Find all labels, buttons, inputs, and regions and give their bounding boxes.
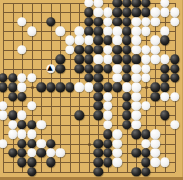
grid-line — [3, 115, 175, 116]
white-stone — [132, 92, 141, 101]
white-stone — [160, 8, 169, 17]
white-stone — [8, 120, 17, 129]
white-stone — [113, 36, 122, 45]
white-stone — [36, 120, 45, 129]
white-stone — [141, 73, 150, 82]
black-stone — [84, 26, 93, 35]
hoshi-point — [31, 86, 34, 89]
black-stone — [141, 148, 150, 157]
hoshi-point — [145, 86, 148, 89]
white-stone — [141, 55, 150, 64]
black-stone — [84, 45, 93, 54]
white-stone — [132, 111, 141, 120]
black-stone — [27, 120, 36, 129]
white-stone — [65, 45, 74, 54]
white-stone — [0, 139, 8, 148]
white-stone — [132, 26, 141, 35]
white-stone — [0, 101, 8, 110]
black-stone — [160, 64, 169, 73]
white-stone — [103, 55, 112, 64]
black-stone — [160, 111, 169, 120]
black-stone — [122, 92, 131, 101]
black-stone — [75, 55, 84, 64]
white-stone — [17, 111, 26, 120]
white-stone — [141, 101, 150, 110]
black-stone — [84, 8, 93, 17]
white-stone — [94, 8, 103, 17]
black-stone — [94, 36, 103, 45]
white-stone — [160, 158, 169, 167]
white-stone — [170, 120, 179, 129]
white-stone — [103, 17, 112, 26]
black-stone — [75, 45, 84, 54]
board-edge-shadow — [182, 0, 183, 180]
white-stone — [103, 111, 112, 120]
black-stone — [103, 64, 112, 73]
white-stone — [8, 129, 17, 138]
white-stone — [141, 45, 150, 54]
white-stone — [75, 26, 84, 35]
white-stone — [160, 26, 169, 35]
black-stone — [8, 73, 17, 82]
grid-line — [3, 97, 175, 98]
white-stone — [0, 111, 8, 120]
black-stone — [94, 64, 103, 73]
white-stone — [160, 55, 169, 64]
black-stone — [36, 83, 45, 92]
white-stone — [84, 36, 93, 45]
white-stone — [103, 45, 112, 54]
white-stone — [141, 26, 150, 35]
black-stone — [103, 36, 112, 45]
black-stone — [113, 17, 122, 26]
white-stone — [141, 64, 150, 73]
black-stone — [55, 55, 64, 64]
black-stone — [132, 148, 141, 157]
black-stone — [65, 83, 74, 92]
black-stone — [141, 158, 150, 167]
black-stone — [94, 158, 103, 167]
black-stone — [84, 64, 93, 73]
white-stone — [113, 64, 122, 73]
black-stone — [94, 45, 103, 54]
board-edge-shadow — [0, 177, 183, 180]
black-stone — [141, 129, 150, 138]
white-stone — [75, 83, 84, 92]
go-app-window: ▲ — [0, 0, 183, 180]
white-stone — [132, 64, 141, 73]
white-stone — [141, 17, 150, 26]
white-stone — [17, 129, 26, 138]
black-stone — [122, 64, 131, 73]
white-stone — [113, 139, 122, 148]
black-stone — [141, 167, 150, 176]
black-stone — [46, 139, 55, 148]
white-stone — [132, 73, 141, 82]
white-stone — [27, 26, 36, 35]
white-stone — [151, 55, 160, 64]
white-stone — [94, 55, 103, 64]
white-stone — [151, 158, 160, 167]
black-stone — [103, 148, 112, 157]
white-stone — [27, 129, 36, 138]
black-stone — [8, 111, 17, 120]
white-stone — [17, 45, 26, 54]
black-stone — [170, 55, 179, 64]
black-stone — [160, 36, 169, 45]
black-stone — [17, 120, 26, 129]
white-stone — [170, 92, 179, 101]
white-stone — [132, 101, 141, 110]
black-stone — [122, 101, 131, 110]
white-stone — [160, 0, 169, 8]
white-stone — [55, 148, 64, 157]
white-stone — [132, 45, 141, 54]
white-stone — [113, 148, 122, 157]
white-stone — [151, 8, 160, 17]
black-stone — [17, 158, 26, 167]
black-stone — [122, 111, 131, 120]
black-stone — [17, 148, 26, 157]
white-stone — [170, 17, 179, 26]
white-stone — [55, 26, 64, 35]
black-stone — [122, 120, 131, 129]
go-board[interactable]: ▲ — [0, 0, 183, 180]
black-stone — [160, 73, 169, 82]
black-stone — [36, 148, 45, 157]
white-stone — [103, 120, 112, 129]
black-stone — [103, 129, 112, 138]
black-stone — [170, 73, 179, 82]
hoshi-point — [88, 143, 91, 146]
grid-line — [175, 3, 176, 172]
black-stone — [122, 36, 131, 45]
white-stone — [103, 26, 112, 35]
black-stone — [17, 139, 26, 148]
white-stone — [113, 73, 122, 82]
black-stone — [141, 8, 150, 17]
white-stone — [46, 148, 55, 157]
white-stone — [113, 26, 122, 35]
black-stone — [46, 158, 55, 167]
black-stone — [122, 45, 131, 54]
white-stone — [75, 36, 84, 45]
white-stone — [122, 83, 131, 92]
black-stone — [113, 0, 122, 8]
black-stone — [0, 73, 8, 82]
white-stone — [17, 73, 26, 82]
black-stone — [113, 8, 122, 17]
black-stone — [132, 129, 141, 138]
white-stone — [151, 36, 160, 45]
black-stone — [94, 148, 103, 157]
black-stone — [103, 83, 112, 92]
white-stone — [151, 148, 160, 157]
black-stone — [94, 17, 103, 26]
black-stone — [113, 55, 122, 64]
white-stone — [132, 36, 141, 45]
white-stone — [27, 101, 36, 110]
black-stone — [8, 148, 17, 157]
black-stone — [94, 139, 103, 148]
black-stone — [141, 0, 150, 8]
white-stone — [36, 139, 45, 148]
white-stone — [151, 45, 160, 54]
black-stone — [103, 158, 112, 167]
black-stone — [122, 73, 131, 82]
black-stone — [27, 139, 36, 148]
white-stone — [113, 129, 122, 138]
black-stone — [0, 83, 8, 92]
black-stone — [122, 0, 131, 8]
black-stone — [17, 92, 26, 101]
white-stone — [151, 17, 160, 26]
black-stone — [132, 167, 141, 176]
last-move-marker: ▲ — [47, 65, 52, 72]
black-stone — [75, 111, 84, 120]
white-stone — [103, 8, 112, 17]
black-stone — [132, 0, 141, 8]
black-stone — [170, 64, 179, 73]
black-stone — [8, 83, 17, 92]
white-stone — [27, 73, 36, 82]
black-stone — [8, 92, 17, 101]
black-stone — [94, 73, 103, 82]
black-stone — [46, 17, 55, 26]
black-stone — [84, 73, 93, 82]
black-stone — [103, 139, 112, 148]
black-stone — [94, 101, 103, 110]
black-stone — [94, 92, 103, 101]
white-stone — [103, 92, 112, 101]
white-stone — [132, 17, 141, 26]
white-stone — [113, 158, 122, 167]
black-stone — [84, 55, 93, 64]
black-stone — [151, 83, 160, 92]
white-stone — [17, 83, 26, 92]
black-stone — [94, 26, 103, 35]
white-stone — [94, 0, 103, 8]
black-stone — [55, 64, 64, 73]
white-stone — [65, 36, 74, 45]
white-stone — [84, 83, 93, 92]
black-stone — [94, 111, 103, 120]
black-stone — [122, 8, 131, 17]
white-stone — [160, 92, 169, 101]
white-stone — [132, 120, 141, 129]
black-stone — [46, 83, 55, 92]
white-stone — [151, 129, 160, 138]
white-stone — [84, 0, 93, 8]
black-stone — [122, 17, 131, 26]
black-stone — [94, 167, 103, 176]
white-stone — [170, 8, 179, 17]
black-stone — [132, 8, 141, 17]
black-stone — [122, 26, 131, 35]
white-stone — [132, 83, 141, 92]
black-stone — [122, 55, 131, 64]
black-stone — [113, 83, 122, 92]
white-stone — [17, 17, 26, 26]
white-stone — [103, 101, 112, 110]
white-stone — [27, 148, 36, 157]
black-stone — [151, 92, 160, 101]
black-stone — [75, 64, 84, 73]
black-stone — [27, 167, 36, 176]
black-stone — [27, 158, 36, 167]
black-stone — [55, 83, 64, 92]
black-stone — [160, 83, 169, 92]
black-stone — [94, 83, 103, 92]
white-stone — [141, 139, 150, 148]
black-stone — [113, 45, 122, 54]
black-stone — [132, 55, 141, 64]
white-stone — [151, 139, 160, 148]
black-stone — [84, 17, 93, 26]
